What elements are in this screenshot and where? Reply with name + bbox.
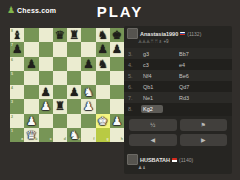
- player-avatar[interactable]: [127, 154, 138, 165]
- square-d8[interactable]: ♛: [53, 28, 67, 42]
- rank-label-2: 2: [11, 115, 13, 119]
- square-a6[interactable]: 6: [10, 57, 24, 71]
- square-d3[interactable]: ♜: [53, 99, 67, 113]
- white-knight-f4[interactable]: ♞: [81, 85, 95, 99]
- square-a7[interactable]: 7♟: [10, 42, 24, 56]
- white-queen-b1[interactable]: ♛: [24, 128, 38, 142]
- square-h2[interactable]: ♟: [110, 114, 124, 128]
- move-number: 7.: [124, 95, 141, 101]
- square-a2[interactable]: 2: [10, 114, 24, 128]
- square-f6[interactable]: ♟: [81, 57, 95, 71]
- opponent-avatar[interactable]: [127, 28, 138, 39]
- rank-label-3: 3: [11, 100, 13, 104]
- square-h1[interactable]: h: [110, 128, 124, 142]
- square-b5[interactable]: [24, 71, 38, 85]
- black-pawn-a7[interactable]: ♟: [10, 42, 24, 56]
- white-move[interactable]: Qb1: [141, 84, 177, 90]
- square-e7[interactable]: [67, 42, 81, 56]
- square-f5[interactable]: [81, 71, 95, 85]
- square-b8[interactable]: [24, 28, 38, 42]
- square-c7[interactable]: [39, 42, 53, 56]
- file-label-h: h: [121, 137, 123, 141]
- move-number: 3.: [124, 51, 141, 57]
- square-d4[interactable]: [53, 85, 67, 99]
- square-h4[interactable]: [110, 85, 124, 99]
- black-queen-d8[interactable]: ♛: [53, 28, 67, 42]
- white-move[interactable]: Kg2: [141, 105, 163, 113]
- resign-button[interactable]: ⚑: [180, 119, 228, 131]
- file-label-g: g: [107, 137, 109, 141]
- square-c8[interactable]: [39, 28, 53, 42]
- forward-button[interactable]: ▶: [180, 134, 228, 146]
- move-number: 4.: [124, 62, 141, 68]
- square-b6[interactable]: ♟: [24, 57, 38, 71]
- white-move[interactable]: c3: [141, 62, 177, 68]
- opponent-name: Anastasia1990: [140, 31, 178, 37]
- square-c4[interactable]: ♟: [39, 85, 53, 99]
- square-g4[interactable]: [96, 85, 110, 99]
- game-controls: ½⚑◀▶: [124, 116, 232, 149]
- square-d6[interactable]: [53, 57, 67, 71]
- white-move[interactable]: g3: [141, 51, 177, 57]
- square-e6[interactable]: [67, 57, 81, 71]
- white-pawn-b2[interactable]: ♟: [24, 114, 38, 128]
- square-e2[interactable]: [67, 114, 81, 128]
- square-h3[interactable]: [110, 99, 124, 113]
- square-g8[interactable]: ♞: [96, 28, 110, 42]
- black-knight-g8[interactable]: ♞: [96, 28, 110, 42]
- opponent-info[interactable]: Anastasia1990 (1132): [124, 26, 232, 39]
- opponent-flag-icon: [180, 32, 185, 36]
- square-h6[interactable]: [110, 57, 124, 71]
- player-captured-pieces: ♟♝: [124, 165, 232, 172]
- square-b1[interactable]: b♛: [24, 128, 38, 142]
- black-pawn-g7[interactable]: ♟: [96, 42, 110, 56]
- opponent-captured-pieces: ♙♙♙♖♖♗ +9: [124, 39, 232, 46]
- rank-label-5: 5: [11, 72, 13, 76]
- square-g3[interactable]: [96, 99, 110, 113]
- square-e4[interactable]: ♟: [67, 85, 81, 99]
- white-move[interactable]: Ne1: [141, 95, 177, 101]
- move-row: 7.Ne1Rd3: [124, 92, 232, 103]
- square-f1[interactable]: f: [81, 128, 95, 142]
- black-king-h8[interactable]: ♚: [110, 28, 124, 42]
- move-number: 8.: [124, 106, 141, 112]
- square-f2[interactable]: [81, 114, 95, 128]
- black-pawn-b6[interactable]: ♟: [24, 57, 38, 71]
- page-title: PLAY: [0, 3, 240, 20]
- square-h7[interactable]: ♟: [110, 42, 124, 56]
- move-row: 5.Nf4Be6: [124, 70, 232, 81]
- white-pawn-h2[interactable]: ♟: [110, 114, 124, 128]
- file-label-c: c: [50, 137, 52, 141]
- square-h5[interactable]: [110, 71, 124, 85]
- white-king-g2[interactable]: ♚: [96, 114, 110, 128]
- square-c2[interactable]: [39, 114, 53, 128]
- square-g1[interactable]: g: [96, 128, 110, 142]
- move-list[interactable]: 3.g3Bb74.c3e45.Nf4Be66.Qb1Qd77.Ne1Rd38.K…: [124, 48, 232, 116]
- black-pawn-h7[interactable]: ♟: [110, 42, 124, 56]
- square-e3[interactable]: [67, 99, 81, 113]
- square-a5[interactable]: 5: [10, 71, 24, 85]
- move-number: 6.: [124, 84, 141, 90]
- black-knight-g6[interactable]: ♞: [96, 57, 110, 71]
- player-name: HUSBATAH: [140, 157, 170, 163]
- square-d1[interactable]: d: [53, 128, 67, 142]
- square-f4[interactable]: ♞: [81, 85, 95, 99]
- rank-label-1: 1: [11, 129, 13, 133]
- black-pawn-f6[interactable]: ♟: [81, 57, 95, 71]
- square-g2[interactable]: ♚: [96, 114, 110, 128]
- square-b2[interactable]: ♟: [24, 114, 38, 128]
- player-block: HUSBATAH (1140) ♟♝: [124, 152, 232, 174]
- square-e1[interactable]: e♞: [67, 128, 81, 142]
- draw-button[interactable]: ½: [129, 119, 177, 131]
- game-sidebar: Anastasia1990 (1132) ♙♙♙♖♖♗ +9 3.g3Bb74.…: [124, 26, 232, 174]
- square-e8[interactable]: ♜: [67, 28, 81, 42]
- black-pawn-e4[interactable]: ♟: [67, 85, 81, 99]
- square-d7[interactable]: [53, 42, 67, 56]
- square-b4[interactable]: [24, 85, 38, 99]
- black-rook-d3[interactable]: ♜: [53, 99, 67, 113]
- black-rook-e8[interactable]: ♜: [67, 28, 81, 42]
- square-d5[interactable]: [53, 71, 67, 85]
- file-label-f: f: [93, 137, 94, 141]
- white-move[interactable]: Nf4: [141, 73, 177, 79]
- square-b7[interactable]: [24, 42, 38, 56]
- file-label-d: d: [64, 137, 66, 141]
- player-flag-icon: [172, 158, 177, 162]
- square-c3[interactable]: ♟: [39, 99, 53, 113]
- white-pawn-c3[interactable]: ♟: [39, 99, 53, 113]
- square-f8[interactable]: [81, 28, 95, 42]
- square-a4[interactable]: 4: [10, 85, 24, 99]
- black-move[interactable]: Rd3: [177, 95, 213, 101]
- move-row: 8.Kg2: [124, 103, 232, 114]
- back-button[interactable]: ◀: [129, 134, 177, 146]
- square-c6[interactable]: [39, 57, 53, 71]
- white-pawn-f3[interactable]: ♟: [81, 99, 95, 113]
- square-d2[interactable]: [53, 114, 67, 128]
- square-a1[interactable]: 1a: [10, 128, 24, 142]
- square-c1[interactable]: c: [39, 128, 53, 142]
- move-row: 3.g3Bb7: [124, 48, 232, 59]
- square-g7[interactable]: ♟: [96, 42, 110, 56]
- square-g6[interactable]: ♞: [96, 57, 110, 71]
- player-rating: (1140): [179, 157, 193, 163]
- chess-board[interactable]: 8♝♛♜♞♚7♟♟♟6♟♟♞54♟♟♞3♟♜♟2♟♚♟1ab♛cde♞fgh: [10, 28, 124, 142]
- square-a8[interactable]: 8♝: [10, 28, 24, 42]
- square-a3[interactable]: 3: [10, 99, 24, 113]
- square-e5[interactable]: [67, 71, 81, 85]
- white-knight-e1[interactable]: ♞: [67, 128, 81, 142]
- opponent-rating: (1132): [187, 31, 201, 37]
- move-number: 5.: [124, 73, 141, 79]
- square-h8[interactable]: ♚: [110, 28, 124, 42]
- rank-label-4: 4: [11, 86, 13, 90]
- square-c5[interactable]: [39, 71, 53, 85]
- square-g5[interactable]: [96, 71, 110, 85]
- move-row: 4.c3e4: [124, 59, 232, 70]
- square-f7[interactable]: [81, 42, 95, 56]
- file-label-a: a: [21, 137, 23, 141]
- player-info[interactable]: HUSBATAH (1140): [124, 152, 232, 165]
- black-move[interactable]: e4: [177, 62, 213, 68]
- black-move[interactable]: Bb7: [177, 51, 213, 57]
- black-move[interactable]: Be6: [177, 73, 213, 79]
- black-bishop-a8[interactable]: ♝: [10, 28, 24, 42]
- square-f3[interactable]: ♟: [81, 99, 95, 113]
- black-pawn-c4[interactable]: ♟: [39, 85, 53, 99]
- move-row: 6.Qb1Qd7: [124, 81, 232, 92]
- material-advantage: +9: [163, 39, 168, 44]
- rank-label-6: 6: [11, 58, 13, 62]
- square-b3[interactable]: [24, 99, 38, 113]
- black-move[interactable]: Qd7: [177, 84, 213, 90]
